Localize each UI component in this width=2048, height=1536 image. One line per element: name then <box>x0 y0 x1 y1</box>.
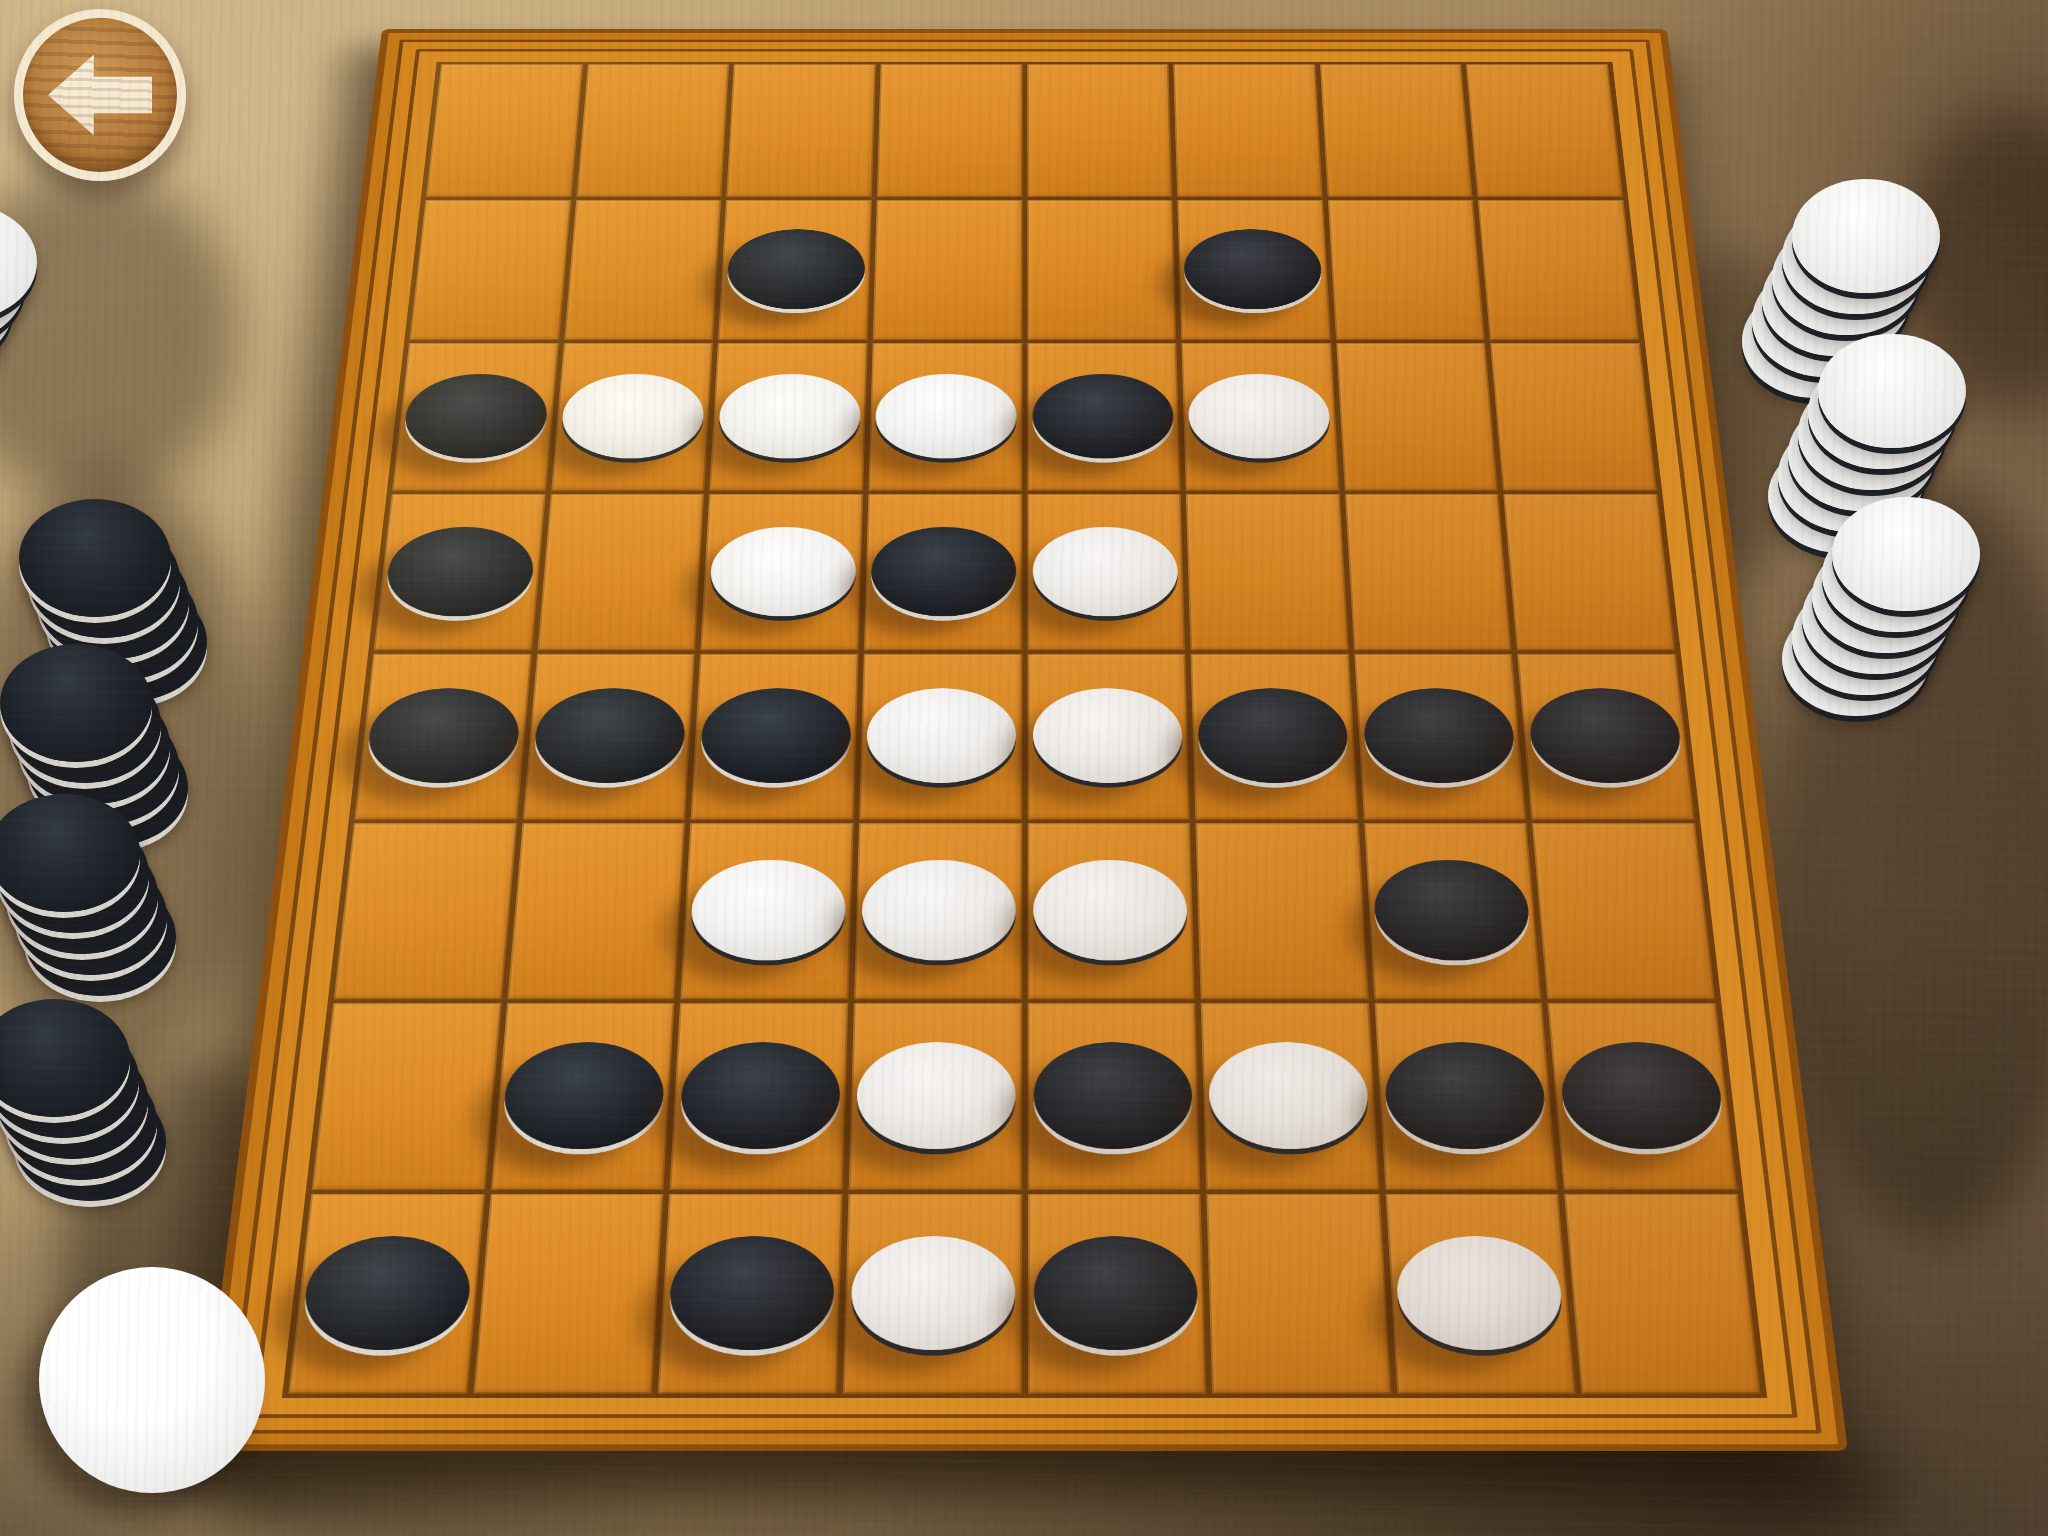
cell-r2c5[interactable] <box>1027 200 1176 340</box>
disc-black <box>725 229 865 309</box>
cell-r7c3[interactable] <box>670 1003 849 1190</box>
disc-black <box>699 689 852 784</box>
disc-black <box>383 527 537 616</box>
cell-r7c1[interactable] <box>312 1003 501 1190</box>
board-grid <box>282 62 1767 1398</box>
cell-r7c6[interactable] <box>1201 1003 1380 1190</box>
disc-black <box>500 1042 666 1149</box>
cell-r1c8[interactable] <box>1466 64 1623 197</box>
cell-r8c4[interactable] <box>843 1194 1022 1394</box>
cell-r2c4[interactable] <box>873 200 1022 340</box>
black-tray-stack-disc <box>0 644 152 762</box>
cell-r5c4[interactable] <box>859 654 1022 820</box>
cell-r5c5[interactable] <box>1027 654 1190 820</box>
cell-r8c5[interactable] <box>1027 1194 1206 1394</box>
disc-black <box>1034 1236 1199 1350</box>
disc-black <box>1183 229 1323 309</box>
cell-r5c8[interactable] <box>1517 654 1694 820</box>
disc-black <box>1526 689 1685 784</box>
disc-white <box>717 374 861 458</box>
cell-r6c4[interactable] <box>854 823 1022 999</box>
cell-r7c5[interactable] <box>1027 1003 1200 1190</box>
table-shadow <box>0 170 240 500</box>
cell-r8c3[interactable] <box>658 1194 843 1394</box>
cell-r2c3[interactable] <box>718 200 871 340</box>
game-screen <box>0 0 2048 1536</box>
cell-r1c6[interactable] <box>1173 64 1322 197</box>
cell-r5c2[interactable] <box>523 654 695 820</box>
disc-white <box>875 374 1017 458</box>
disc-black <box>531 689 687 784</box>
cell-r1c4[interactable] <box>877 64 1022 197</box>
white-tray-stack-disc <box>1818 334 1966 448</box>
disc-black <box>678 1042 841 1149</box>
cell-r7c8[interactable] <box>1548 1003 1737 1190</box>
cell-r5c6[interactable] <box>1191 654 1359 820</box>
disc-white <box>1394 1236 1566 1350</box>
disc-black <box>1557 1042 1726 1149</box>
cell-r1c7[interactable] <box>1320 64 1473 197</box>
cell-r2c1[interactable] <box>409 200 571 340</box>
disc-black <box>401 374 550 458</box>
disc-black <box>1372 860 1533 961</box>
cell-r4c8[interactable] <box>1504 494 1676 650</box>
cell-r4c1[interactable] <box>374 494 546 650</box>
cell-r3c7[interactable] <box>1336 343 1498 491</box>
cell-r1c1[interactable] <box>426 64 583 197</box>
cell-r6c5[interactable] <box>1027 823 1195 999</box>
cell-r6c1[interactable] <box>334 823 517 999</box>
cell-r8c7[interactable] <box>1385 1194 1575 1394</box>
disc-black <box>667 1236 835 1350</box>
disc-black <box>870 527 1016 616</box>
cell-r4c5[interactable] <box>1027 494 1185 650</box>
cell-r3c5[interactable] <box>1027 343 1181 491</box>
othello-board <box>201 29 1848 1451</box>
disc-white <box>856 1042 1016 1149</box>
disc-white <box>866 689 1016 784</box>
cell-r3c6[interactable] <box>1181 343 1339 491</box>
cell-r4c3[interactable] <box>700 494 863 650</box>
cell-r6c3[interactable] <box>681 823 854 999</box>
cell-r7c2[interactable] <box>491 1003 675 1190</box>
disc-white <box>1033 860 1188 961</box>
turn-indicator-disc <box>39 1267 265 1493</box>
cell-r6c2[interactable] <box>507 823 685 999</box>
disc-black <box>1362 689 1518 784</box>
cell-r4c6[interactable] <box>1186 494 1349 650</box>
cell-r3c2[interactable] <box>551 343 713 491</box>
disc-white <box>861 860 1016 961</box>
disc-white <box>1208 1042 1371 1149</box>
disc-white <box>559 374 706 458</box>
back-arrow-icon <box>48 47 152 143</box>
disc-black <box>1033 1042 1193 1149</box>
disc-white <box>1188 374 1332 458</box>
cell-r1c3[interactable] <box>726 64 875 197</box>
white-tray-stack-disc <box>1792 179 1940 293</box>
cell-r5c1[interactable] <box>354 654 531 820</box>
white-tray-stack-disc <box>1832 497 1980 611</box>
disc-white <box>1033 689 1183 784</box>
cell-r8c1[interactable] <box>288 1194 484 1394</box>
back-button[interactable] <box>14 9 186 181</box>
cell-r3c8[interactable] <box>1490 343 1656 491</box>
cell-r2c7[interactable] <box>1328 200 1486 340</box>
cell-r4c7[interactable] <box>1345 494 1512 650</box>
cell-r4c4[interactable] <box>864 494 1022 650</box>
cell-r1c2[interactable] <box>576 64 729 197</box>
disc-black <box>364 689 523 784</box>
cell-r5c7[interactable] <box>1354 654 1526 820</box>
cell-r1c5[interactable] <box>1027 64 1172 197</box>
cell-r6c8[interactable] <box>1532 823 1715 999</box>
cell-r8c6[interactable] <box>1206 1194 1391 1394</box>
cell-r4c2[interactable] <box>537 494 704 650</box>
cell-r2c8[interactable] <box>1478 200 1640 340</box>
cell-r5c3[interactable] <box>691 654 859 820</box>
cell-r6c7[interactable] <box>1364 823 1542 999</box>
cell-r8c8[interactable] <box>1565 1194 1761 1394</box>
cell-r2c2[interactable] <box>564 200 722 340</box>
cell-r6c6[interactable] <box>1196 823 1369 999</box>
disc-black <box>1197 689 1350 784</box>
cell-r2c6[interactable] <box>1177 200 1330 340</box>
disc-white <box>1033 527 1179 616</box>
cell-r8c2[interactable] <box>473 1194 663 1394</box>
disc-white <box>689 860 847 961</box>
disc-black <box>1032 374 1174 458</box>
cell-r3c4[interactable] <box>868 343 1022 491</box>
cell-r7c7[interactable] <box>1374 1003 1558 1190</box>
disc-black <box>300 1236 475 1350</box>
cell-r7c4[interactable] <box>848 1003 1021 1190</box>
cell-r3c1[interactable] <box>392 343 558 491</box>
cell-r3c3[interactable] <box>710 343 868 491</box>
black-tray-stack-disc <box>19 499 171 617</box>
disc-white <box>708 527 857 616</box>
disc-white <box>850 1236 1015 1350</box>
disc-black <box>1383 1042 1549 1149</box>
